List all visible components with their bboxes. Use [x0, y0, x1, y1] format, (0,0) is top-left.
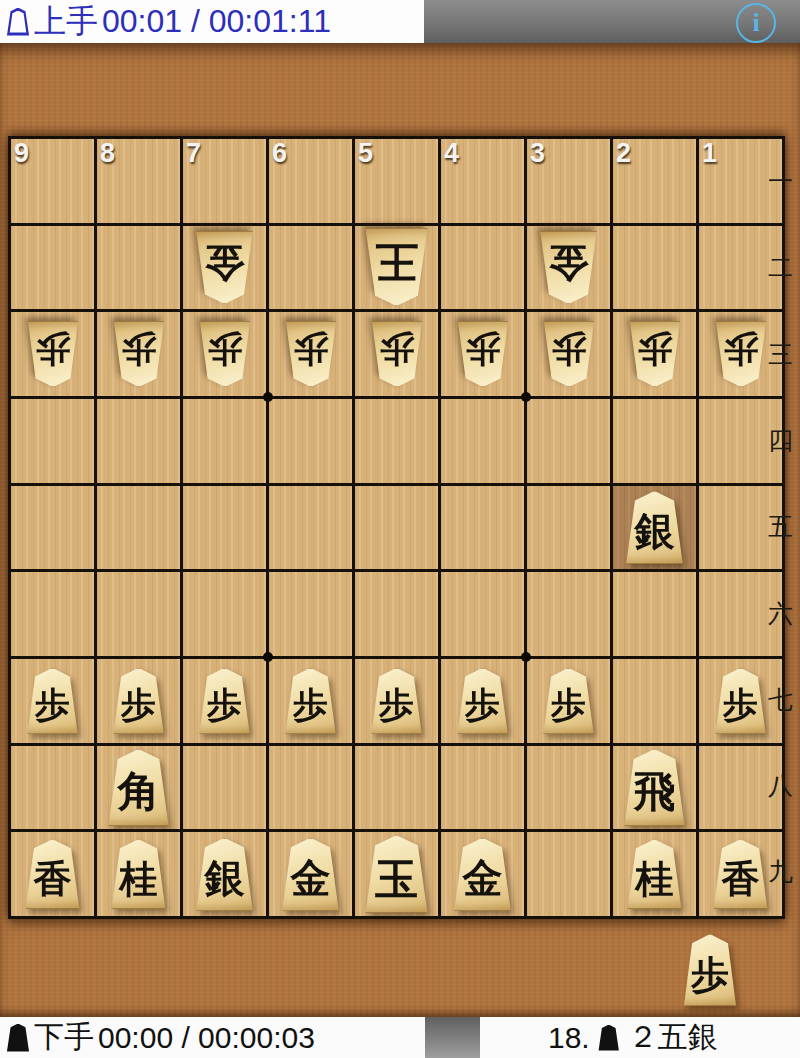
move-number: 18.	[548, 1021, 590, 1055]
square-2-4[interactable]	[613, 399, 696, 483]
piece-glyph: 玉	[375, 858, 418, 901]
star-point	[521, 652, 531, 662]
piece-pawn-shitate[interactable]: 歩	[25, 668, 81, 734]
piece-glyph: 香	[34, 860, 72, 898]
move-black-piece-icon	[598, 1025, 620, 1051]
square-2-7[interactable]	[613, 659, 696, 743]
piece-pawn-uwate[interactable]: 歩	[541, 321, 597, 387]
piece-glyph: 歩	[293, 332, 328, 367]
piece-body: 歩	[713, 668, 769, 734]
star-point	[263, 392, 273, 402]
rank-label-6: 六	[768, 601, 800, 626]
square-9-9[interactable]: 香	[11, 832, 94, 916]
piece-pawn-uwate[interactable]: 歩	[627, 321, 683, 387]
square-3-5[interactable]	[527, 486, 610, 570]
square-5-5[interactable]	[355, 486, 438, 570]
piece-gold-uwate[interactable]: 金	[193, 231, 256, 304]
move-text: ２五銀	[628, 1017, 718, 1058]
square-7-3[interactable]: 歩	[183, 312, 266, 396]
black-shogi-piece-icon	[6, 1024, 30, 1052]
white-shogi-piece-icon	[6, 8, 30, 36]
square-7-8[interactable]	[183, 746, 266, 830]
piece-pawn-shitate[interactable]: 歩	[283, 668, 339, 734]
square-4-7[interactable]: 歩	[441, 659, 524, 743]
piece-glyph: 金	[205, 242, 245, 282]
piece-glyph: 歩	[723, 688, 758, 723]
piece-pawn-shitate[interactable]: 歩	[197, 668, 253, 734]
piece-body: 歩	[455, 321, 511, 387]
piece-body: 歩	[283, 321, 339, 387]
square-8-6[interactable]	[97, 572, 180, 656]
piece-knight-shitate[interactable]: 桂	[109, 839, 169, 909]
square-3-6[interactable]	[527, 572, 610, 656]
shogi-board: 金王金歩歩歩歩歩歩歩歩歩銀歩歩歩歩歩歩歩歩角飛香桂銀金玉金桂香	[8, 136, 785, 919]
square-5-4[interactable]	[355, 399, 438, 483]
square-4-5[interactable]	[441, 486, 524, 570]
square-2-6[interactable]	[613, 572, 696, 656]
square-3-7[interactable]: 歩	[527, 659, 610, 743]
top-bar: 上手 00:01 / 00:01:11 i	[0, 0, 800, 43]
piece-pawn-shitate[interactable]: 歩	[369, 668, 425, 734]
square-5-3[interactable]: 歩	[355, 312, 438, 396]
piece-glyph: 歩	[35, 332, 70, 367]
star-point	[521, 392, 531, 402]
square-4-6[interactable]	[441, 572, 524, 656]
piece-glyph: 銀	[635, 512, 675, 552]
square-5-7[interactable]: 歩	[355, 659, 438, 743]
square-8-8[interactable]: 角	[97, 746, 180, 830]
square-6-3[interactable]: 歩	[269, 312, 352, 396]
info-button[interactable]: i	[736, 3, 776, 43]
pawn-glyph: 歩	[691, 956, 729, 994]
square-3-9[interactable]	[527, 832, 610, 916]
piece-glyph: 角	[118, 771, 160, 813]
square-5-8[interactable]	[355, 746, 438, 830]
rank-label-8: 八	[768, 773, 800, 798]
piece-glyph: 歩	[207, 688, 242, 723]
piece-glyph: 飛	[634, 771, 676, 813]
square-9-8[interactable]	[11, 746, 94, 830]
square-7-2[interactable]: 金	[183, 226, 266, 310]
piece-glyph: 歩	[465, 688, 500, 723]
square-3-3[interactable]: 歩	[527, 312, 610, 396]
piece-pawn-shitate[interactable]: 歩	[713, 668, 769, 734]
shitate-label: 下手	[34, 1017, 94, 1058]
piece-body: 銀	[623, 491, 686, 564]
square-6-9[interactable]: 金	[269, 832, 352, 916]
file-label-4: 4	[444, 140, 459, 167]
square-4-8[interactable]	[441, 746, 524, 830]
uwate-label: 上手	[34, 0, 98, 44]
piece-pawn-uwate[interactable]: 歩	[455, 321, 511, 387]
piece-glyph: 歩	[207, 332, 242, 367]
piece-body: 歩	[197, 668, 253, 734]
rank-label-7: 七	[768, 687, 800, 712]
square-9-6[interactable]	[11, 572, 94, 656]
square-9-4[interactable]	[11, 399, 94, 483]
piece-glyph: 歩	[637, 332, 672, 367]
piece-pawn-uwate[interactable]: 歩	[283, 321, 339, 387]
piece-body: 飛	[621, 749, 688, 826]
piece-body: 桂	[109, 839, 169, 909]
piece-body: 歩	[369, 668, 425, 734]
piece-body: 歩	[197, 321, 253, 387]
square-7-5[interactable]	[183, 486, 266, 570]
rank-label-5: 五	[768, 514, 800, 539]
rank-label-3: 三	[768, 342, 800, 367]
piece-silver-shitate[interactable]: 銀	[623, 491, 686, 564]
square-8-3[interactable]: 歩	[97, 312, 180, 396]
piece-pawn-uwate[interactable]: 歩	[111, 321, 167, 387]
square-8-9[interactable]: 桂	[97, 832, 180, 916]
rank-label-1: 一	[768, 169, 800, 194]
piece-body: 歩	[283, 668, 339, 734]
piece-glyph: 香	[722, 860, 760, 898]
top-bar-right-zone: i	[424, 0, 800, 43]
piece-body: 金	[193, 231, 256, 304]
square-7-7[interactable]: 歩	[183, 659, 266, 743]
uwate-clock-panel: 上手 00:01 / 00:01:11	[0, 0, 424, 43]
file-label-5: 5	[358, 140, 373, 167]
square-9-5[interactable]	[11, 486, 94, 570]
piece-pawn-shitate[interactable]: 歩	[455, 668, 511, 734]
piece-glyph: 歩	[379, 332, 414, 367]
piece-glyph: 金	[291, 859, 331, 899]
divider-block	[425, 1017, 480, 1058]
square-6-7[interactable]: 歩	[269, 659, 352, 743]
piece-glyph: 歩	[465, 332, 500, 367]
piece-glyph: 金	[463, 859, 503, 899]
piece-pawn-uwate[interactable]: 歩	[713, 321, 769, 387]
piece-king-shitate[interactable]: 玉	[362, 835, 431, 913]
square-9-7[interactable]: 歩	[11, 659, 94, 743]
piece-body: 歩	[541, 668, 597, 734]
square-4-9[interactable]: 金	[441, 832, 524, 916]
square-8-4[interactable]	[97, 399, 180, 483]
piece-glyph: 金	[549, 242, 589, 282]
piece-body: 王	[362, 228, 431, 306]
piece-body: 歩	[111, 668, 167, 734]
piece-glyph: 歩	[293, 688, 328, 723]
piece-lance-shitate[interactable]: 香	[23, 839, 83, 909]
rank-label-2: 二	[768, 255, 800, 280]
piece-glyph: 王	[375, 241, 418, 284]
square-7-9[interactable]: 銀	[183, 832, 266, 916]
square-5-9[interactable]: 玉	[355, 832, 438, 916]
square-8-5[interactable]	[97, 486, 180, 570]
piece-body: 金	[451, 838, 514, 911]
piece-silver-shitate[interactable]: 銀	[193, 838, 256, 911]
piece-body: 歩	[455, 668, 511, 734]
square-4-3[interactable]: 歩	[441, 312, 524, 396]
piece-gold-shitate[interactable]: 金	[279, 838, 342, 911]
piece-body: 桂	[625, 839, 685, 909]
piece-body: 銀	[193, 838, 256, 911]
square-9-3[interactable]: 歩	[11, 312, 94, 396]
piece-body: 歩	[111, 321, 167, 387]
piece-body: 玉	[362, 835, 431, 913]
piece-glyph: 歩	[723, 332, 758, 367]
piece-knight-shitate[interactable]: 桂	[625, 839, 685, 909]
piece-rook-shitate[interactable]: 飛	[621, 749, 688, 826]
square-7-4[interactable]	[183, 399, 266, 483]
piece-body: 歩	[369, 321, 425, 387]
square-8-2[interactable]	[97, 226, 180, 310]
piece-body: 香	[23, 839, 83, 909]
square-2-5[interactable]: 銀	[613, 486, 696, 570]
piece-body: 歩	[541, 321, 597, 387]
piece-pawn-uwate[interactable]: 歩	[197, 321, 253, 387]
shitate-clock-panel: 下手 00:00 / 00:00:03	[0, 1017, 424, 1058]
shitate-clock: 00:00 / 00:00:03	[98, 1021, 315, 1055]
square-8-7[interactable]: 歩	[97, 659, 180, 743]
file-label-8: 8	[100, 140, 115, 167]
piece-body: 歩	[713, 321, 769, 387]
piece-glyph: 歩	[121, 332, 156, 367]
square-2-2[interactable]	[613, 226, 696, 310]
piece-glyph: 歩	[379, 688, 414, 723]
piece-glyph: 歩	[551, 688, 586, 723]
square-2-9[interactable]: 桂	[613, 832, 696, 916]
piece-body: 金	[537, 231, 600, 304]
piece-glyph: 桂	[120, 860, 158, 898]
piece-glyph: 桂	[636, 860, 674, 898]
rank-label-4: 四	[768, 428, 800, 453]
move-indicator: 18. ２五銀	[548, 1017, 718, 1058]
square-6-2[interactable]	[269, 226, 352, 310]
shogi-app: 上手 00:01 / 00:01:11 i 金王金歩歩歩歩歩歩歩歩歩銀歩歩歩歩歩…	[0, 0, 800, 1058]
square-2-8[interactable]: 飛	[613, 746, 696, 830]
file-label-7: 7	[186, 140, 201, 167]
file-label-1: 1	[702, 140, 717, 167]
piece-bishop-shitate[interactable]: 角	[105, 749, 172, 826]
piece-glyph: 歩	[35, 688, 70, 723]
shitate-hand-pawn[interactable]: 歩	[681, 934, 739, 1006]
square-6-8[interactable]	[269, 746, 352, 830]
piece-king-uwate[interactable]: 王	[362, 228, 431, 306]
square-7-6[interactable]	[183, 572, 266, 656]
file-label-6: 6	[272, 140, 287, 167]
piece-pawn-shitate[interactable]: 歩	[111, 668, 167, 734]
piece-glyph: 歩	[551, 332, 586, 367]
square-3-4[interactable]	[527, 399, 610, 483]
piece-body: 金	[279, 838, 342, 911]
file-label-2: 2	[616, 140, 631, 167]
rank-label-9: 九	[768, 859, 800, 884]
piece-body: 歩	[25, 321, 81, 387]
square-9-2[interactable]	[11, 226, 94, 310]
piece-body: 歩	[627, 321, 683, 387]
piece-lance-shitate[interactable]: 香	[711, 839, 771, 909]
bottom-bar: 下手 00:00 / 00:00:03 18. ２五銀	[0, 1017, 800, 1058]
piece-pawn-shitate[interactable]: 歩	[541, 668, 597, 734]
square-6-6[interactable]	[269, 572, 352, 656]
piece-glyph: 銀	[205, 859, 245, 899]
piece-gold-shitate[interactable]: 金	[451, 838, 514, 911]
piece-gold-uwate[interactable]: 金	[537, 231, 600, 304]
pawn-piece: 歩	[681, 934, 739, 1006]
square-5-6[interactable]	[355, 572, 438, 656]
file-label-9: 9	[14, 140, 29, 167]
square-3-8[interactable]	[527, 746, 610, 830]
piece-pawn-uwate[interactable]: 歩	[369, 321, 425, 387]
square-5-2[interactable]: 王	[355, 226, 438, 310]
uwate-clock: 00:01 / 00:01:11	[102, 3, 331, 40]
file-label-3: 3	[530, 140, 545, 167]
star-point	[263, 652, 273, 662]
piece-body: 歩	[25, 668, 81, 734]
info-icon: i	[752, 10, 759, 36]
piece-body: 香	[711, 839, 771, 909]
square-6-4[interactable]	[269, 399, 352, 483]
square-3-2[interactable]: 金	[527, 226, 610, 310]
square-4-4[interactable]	[441, 399, 524, 483]
square-6-5[interactable]	[269, 486, 352, 570]
square-2-3[interactable]: 歩	[613, 312, 696, 396]
piece-glyph: 歩	[121, 688, 156, 723]
piece-pawn-uwate[interactable]: 歩	[25, 321, 81, 387]
square-4-2[interactable]	[441, 226, 524, 310]
piece-body: 角	[105, 749, 172, 826]
